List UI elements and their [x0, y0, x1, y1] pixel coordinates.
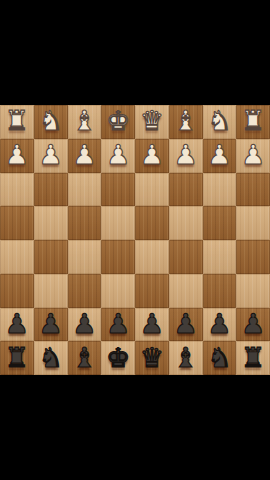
- square-g7[interactable]: ♟: [34, 308, 68, 342]
- white-pawn-piece[interactable]: ♟: [5, 141, 29, 168]
- black-bishop-piece[interactable]: ♝: [72, 344, 96, 371]
- square-c8[interactable]: ♝: [169, 341, 203, 375]
- square-e8[interactable]: ♚: [101, 341, 135, 375]
- black-pawn-piece[interactable]: ♟: [39, 310, 63, 337]
- black-king-piece[interactable]: ♚: [106, 344, 130, 371]
- square-f2[interactable]: ♟: [68, 139, 102, 173]
- square-a8[interactable]: ♜: [236, 341, 270, 375]
- square-d8[interactable]: ♛: [135, 341, 169, 375]
- white-queen-piece[interactable]: ♛: [140, 107, 164, 134]
- square-g4[interactable]: [34, 206, 68, 240]
- square-b8[interactable]: ♞: [203, 341, 237, 375]
- square-h4[interactable]: [0, 206, 34, 240]
- square-b7[interactable]: ♟: [203, 308, 237, 342]
- square-h6[interactable]: [0, 274, 34, 308]
- square-e6[interactable]: [101, 274, 135, 308]
- white-rook-piece[interactable]: ♜: [5, 107, 29, 134]
- square-a1[interactable]: ♜: [236, 105, 270, 139]
- square-d5[interactable]: [135, 240, 169, 274]
- square-d6[interactable]: [135, 274, 169, 308]
- square-h1[interactable]: ♜: [0, 105, 34, 139]
- black-pawn-piece[interactable]: ♟: [72, 310, 96, 337]
- black-pawn-piece[interactable]: ♟: [207, 310, 231, 337]
- white-knight-piece[interactable]: ♞: [207, 107, 231, 134]
- square-a7[interactable]: ♟: [236, 308, 270, 342]
- white-bishop-piece[interactable]: ♝: [174, 107, 198, 134]
- square-g1[interactable]: ♞: [34, 105, 68, 139]
- square-c7[interactable]: ♟: [169, 308, 203, 342]
- black-knight-piece[interactable]: ♞: [207, 344, 231, 371]
- square-e3[interactable]: [101, 173, 135, 207]
- square-b6[interactable]: [203, 274, 237, 308]
- square-h5[interactable]: [0, 240, 34, 274]
- square-b2[interactable]: ♟: [203, 139, 237, 173]
- white-king-piece[interactable]: ♚: [106, 107, 130, 134]
- square-c6[interactable]: [169, 274, 203, 308]
- white-rook-piece[interactable]: ♜: [241, 107, 265, 134]
- black-pawn-piece[interactable]: ♟: [106, 310, 130, 337]
- black-bishop-piece[interactable]: ♝: [174, 344, 198, 371]
- square-d7[interactable]: ♟: [135, 308, 169, 342]
- square-g6[interactable]: [34, 274, 68, 308]
- black-pawn-piece[interactable]: ♟: [174, 310, 198, 337]
- black-queen-piece[interactable]: ♛: [140, 344, 164, 371]
- square-g8[interactable]: ♞: [34, 341, 68, 375]
- black-pawn-piece[interactable]: ♟: [140, 310, 164, 337]
- square-d2[interactable]: ♟: [135, 139, 169, 173]
- square-c3[interactable]: [169, 173, 203, 207]
- white-pawn-piece[interactable]: ♟: [72, 141, 96, 168]
- square-f5[interactable]: [68, 240, 102, 274]
- black-pawn-piece[interactable]: ♟: [5, 310, 29, 337]
- square-e5[interactable]: [101, 240, 135, 274]
- square-c1[interactable]: ♝: [169, 105, 203, 139]
- square-c2[interactable]: ♟: [169, 139, 203, 173]
- square-a2[interactable]: ♟: [236, 139, 270, 173]
- square-a3[interactable]: [236, 173, 270, 207]
- square-f8[interactable]: ♝: [68, 341, 102, 375]
- square-a5[interactable]: [236, 240, 270, 274]
- square-c5[interactable]: [169, 240, 203, 274]
- square-h7[interactable]: ♟: [0, 308, 34, 342]
- square-a6[interactable]: [236, 274, 270, 308]
- square-a4[interactable]: [236, 206, 270, 240]
- square-e2[interactable]: ♟: [101, 139, 135, 173]
- white-knight-piece[interactable]: ♞: [39, 107, 63, 134]
- square-b1[interactable]: ♞: [203, 105, 237, 139]
- chess-board: ♜♞♝♚♛♝♞♜♟♟♟♟♟♟♟♟♟♟♟♟♟♟♟♟♜♞♝♚♛♝♞♜: [0, 105, 270, 375]
- square-d1[interactable]: ♛: [135, 105, 169, 139]
- white-pawn-piece[interactable]: ♟: [174, 141, 198, 168]
- square-g2[interactable]: ♟: [34, 139, 68, 173]
- square-f1[interactable]: ♝: [68, 105, 102, 139]
- black-pawn-piece[interactable]: ♟: [241, 310, 265, 337]
- square-b3[interactable]: [203, 173, 237, 207]
- square-f4[interactable]: [68, 206, 102, 240]
- square-h2[interactable]: ♟: [0, 139, 34, 173]
- square-c4[interactable]: [169, 206, 203, 240]
- square-g5[interactable]: [34, 240, 68, 274]
- square-e4[interactable]: [101, 206, 135, 240]
- square-g3[interactable]: [34, 173, 68, 207]
- square-e7[interactable]: ♟: [101, 308, 135, 342]
- square-f3[interactable]: [68, 173, 102, 207]
- black-rook-piece[interactable]: ♜: [5, 344, 29, 371]
- black-knight-piece[interactable]: ♞: [39, 344, 63, 371]
- white-pawn-piece[interactable]: ♟: [241, 141, 265, 168]
- white-pawn-piece[interactable]: ♟: [39, 141, 63, 168]
- white-pawn-piece[interactable]: ♟: [140, 141, 164, 168]
- square-h8[interactable]: ♜: [0, 341, 34, 375]
- white-pawn-piece[interactable]: ♟: [207, 141, 231, 168]
- square-h3[interactable]: [0, 173, 34, 207]
- white-bishop-piece[interactable]: ♝: [72, 107, 96, 134]
- square-d4[interactable]: [135, 206, 169, 240]
- white-pawn-piece[interactable]: ♟: [106, 141, 130, 168]
- square-b5[interactable]: [203, 240, 237, 274]
- square-f6[interactable]: [68, 274, 102, 308]
- square-f7[interactable]: ♟: [68, 308, 102, 342]
- square-b4[interactable]: [203, 206, 237, 240]
- black-rook-piece[interactable]: ♜: [241, 344, 265, 371]
- square-d3[interactable]: [135, 173, 169, 207]
- square-e1[interactable]: ♚: [101, 105, 135, 139]
- app-screen: ♜♞♝♚♛♝♞♜♟♟♟♟♟♟♟♟♟♟♟♟♟♟♟♟♜♞♝♚♛♝♞♜: [0, 0, 270, 480]
